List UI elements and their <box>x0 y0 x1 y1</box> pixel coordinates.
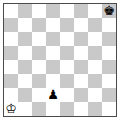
square-f8[interactable] <box>74 4 88 18</box>
square-g6[interactable] <box>88 32 102 46</box>
square-d6[interactable] <box>46 32 60 46</box>
square-d2[interactable]: ♟ <box>46 88 60 102</box>
square-a3[interactable] <box>4 74 18 88</box>
square-e7[interactable] <box>60 18 74 32</box>
square-a6[interactable] <box>4 32 18 46</box>
square-h7[interactable] <box>102 18 116 32</box>
black-king[interactable]: ♚ <box>103 4 115 18</box>
square-a8[interactable] <box>4 4 18 18</box>
square-c8[interactable] <box>32 4 46 18</box>
square-c4[interactable] <box>32 60 46 74</box>
square-g2[interactable] <box>88 88 102 102</box>
square-a7[interactable] <box>4 18 18 32</box>
square-h1[interactable] <box>102 102 116 116</box>
square-e5[interactable] <box>60 46 74 60</box>
square-d1[interactable] <box>46 102 60 116</box>
square-f7[interactable] <box>74 18 88 32</box>
chess-diagram: ♚♟♔ <box>3 3 117 117</box>
square-h4[interactable] <box>102 60 116 74</box>
square-b2[interactable] <box>18 88 32 102</box>
square-b3[interactable] <box>18 74 32 88</box>
square-c6[interactable] <box>32 32 46 46</box>
square-c5[interactable] <box>32 46 46 60</box>
square-d7[interactable] <box>46 18 60 32</box>
square-h5[interactable] <box>102 46 116 60</box>
square-g8[interactable] <box>88 4 102 18</box>
square-c2[interactable] <box>32 88 46 102</box>
square-e4[interactable] <box>60 60 74 74</box>
square-b1[interactable] <box>18 102 32 116</box>
square-e3[interactable] <box>60 74 74 88</box>
square-f6[interactable] <box>74 32 88 46</box>
square-a1[interactable]: ♔ <box>4 102 18 116</box>
square-d3[interactable] <box>46 74 60 88</box>
chess-board: ♚♟♔ <box>3 3 117 117</box>
square-h3[interactable] <box>102 74 116 88</box>
square-b5[interactable] <box>18 46 32 60</box>
square-e1[interactable] <box>60 102 74 116</box>
square-b6[interactable] <box>18 32 32 46</box>
square-c1[interactable] <box>32 102 46 116</box>
square-a2[interactable] <box>4 88 18 102</box>
white-king[interactable]: ♔ <box>5 102 17 116</box>
square-h8[interactable]: ♚ <box>102 4 116 18</box>
square-e6[interactable] <box>60 32 74 46</box>
square-b7[interactable] <box>18 18 32 32</box>
square-c3[interactable] <box>32 74 46 88</box>
square-c7[interactable] <box>32 18 46 32</box>
square-d4[interactable] <box>46 60 60 74</box>
square-f3[interactable] <box>74 74 88 88</box>
square-f5[interactable] <box>74 46 88 60</box>
square-d5[interactable] <box>46 46 60 60</box>
square-a5[interactable] <box>4 46 18 60</box>
square-e2[interactable] <box>60 88 74 102</box>
square-g5[interactable] <box>88 46 102 60</box>
black-pawn[interactable]: ♟ <box>47 88 59 102</box>
square-f4[interactable] <box>74 60 88 74</box>
square-f1[interactable] <box>74 102 88 116</box>
square-g4[interactable] <box>88 60 102 74</box>
square-f2[interactable] <box>74 88 88 102</box>
square-h2[interactable] <box>102 88 116 102</box>
square-g3[interactable] <box>88 74 102 88</box>
square-a4[interactable] <box>4 60 18 74</box>
square-b8[interactable] <box>18 4 32 18</box>
square-h6[interactable] <box>102 32 116 46</box>
square-g7[interactable] <box>88 18 102 32</box>
square-d8[interactable] <box>46 4 60 18</box>
square-e8[interactable] <box>60 4 74 18</box>
square-b4[interactable] <box>18 60 32 74</box>
square-g1[interactable] <box>88 102 102 116</box>
